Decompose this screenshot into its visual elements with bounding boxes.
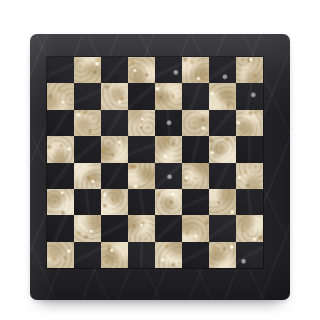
square-f3[interactable] <box>182 189 209 215</box>
square-g7[interactable] <box>209 83 236 109</box>
square-c1[interactable] <box>101 242 128 268</box>
square-g3[interactable] <box>209 189 236 215</box>
square-g6[interactable] <box>209 110 236 136</box>
square-c4[interactable] <box>101 163 128 189</box>
square-d6[interactable] <box>128 110 155 136</box>
square-f5[interactable] <box>182 136 209 162</box>
square-d7[interactable] <box>128 83 155 109</box>
square-c3[interactable] <box>101 189 128 215</box>
square-f2[interactable] <box>182 215 209 241</box>
square-d2[interactable] <box>128 215 155 241</box>
square-d3[interactable] <box>128 189 155 215</box>
square-e3[interactable] <box>155 189 182 215</box>
square-d4[interactable] <box>128 163 155 189</box>
square-e2[interactable] <box>155 215 182 241</box>
square-h5[interactable] <box>236 136 263 162</box>
square-h1[interactable] <box>236 242 263 268</box>
square-f6[interactable] <box>182 110 209 136</box>
square-e5[interactable] <box>155 136 182 162</box>
square-a6[interactable] <box>47 110 74 136</box>
square-b2[interactable] <box>74 215 101 241</box>
square-g8[interactable] <box>209 57 236 83</box>
square-b5[interactable] <box>74 136 101 162</box>
board-grid <box>47 57 263 268</box>
square-e6[interactable] <box>155 110 182 136</box>
square-h4[interactable] <box>236 163 263 189</box>
square-f8[interactable] <box>182 57 209 83</box>
square-h6[interactable] <box>236 110 263 136</box>
square-d5[interactable] <box>128 136 155 162</box>
square-b8[interactable] <box>74 57 101 83</box>
square-g1[interactable] <box>209 242 236 268</box>
square-h2[interactable] <box>236 215 263 241</box>
square-c2[interactable] <box>101 215 128 241</box>
square-a3[interactable] <box>47 189 74 215</box>
square-c6[interactable] <box>101 110 128 136</box>
square-h8[interactable] <box>236 57 263 83</box>
square-c5[interactable] <box>101 136 128 162</box>
square-f7[interactable] <box>182 83 209 109</box>
square-g5[interactable] <box>209 136 236 162</box>
square-d8[interactable] <box>128 57 155 83</box>
square-f1[interactable] <box>182 242 209 268</box>
square-g4[interactable] <box>209 163 236 189</box>
square-a5[interactable] <box>47 136 74 162</box>
square-f4[interactable] <box>182 163 209 189</box>
square-a1[interactable] <box>47 242 74 268</box>
square-e8[interactable] <box>155 57 182 83</box>
square-b6[interactable] <box>74 110 101 136</box>
square-a8[interactable] <box>47 57 74 83</box>
square-d1[interactable] <box>128 242 155 268</box>
square-h3[interactable] <box>236 189 263 215</box>
square-e7[interactable] <box>155 83 182 109</box>
square-e1[interactable] <box>155 242 182 268</box>
square-b1[interactable] <box>74 242 101 268</box>
square-b4[interactable] <box>74 163 101 189</box>
square-h7[interactable] <box>236 83 263 109</box>
square-e4[interactable] <box>155 163 182 189</box>
square-b3[interactable] <box>74 189 101 215</box>
square-c7[interactable] <box>101 83 128 109</box>
square-g2[interactable] <box>209 215 236 241</box>
product-photo-background <box>0 0 320 320</box>
square-a2[interactable] <box>47 215 74 241</box>
square-b7[interactable] <box>74 83 101 109</box>
square-a4[interactable] <box>47 163 74 189</box>
chess-board-frame <box>30 34 290 300</box>
square-a7[interactable] <box>47 83 74 109</box>
square-c8[interactable] <box>101 57 128 83</box>
